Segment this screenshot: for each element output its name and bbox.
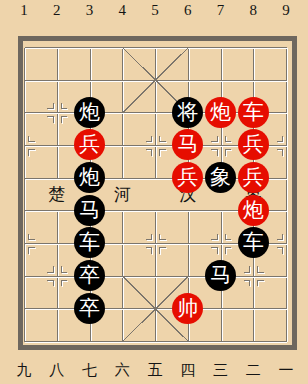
file-label-bottom-4: 六 [115,361,130,380]
file-label-top-7: 7 [217,2,225,19]
piece-black-cannon-file3-row5[interactable]: 炮 [74,162,105,193]
file-label-bottom-1: 九 [17,361,32,380]
file-label-bottom-7: 三 [213,361,228,380]
piece-red-cannon-file8-row6[interactable]: 炮 [238,195,269,226]
piece-black-chariot-file3-row7[interactable]: 车 [74,227,105,258]
file-label-top-4: 4 [119,2,127,19]
file-label-top-5: 5 [151,2,159,19]
file-label-top-1: 1 [20,2,28,19]
xiangqi-app: 123456789 楚河汉界 炮将炮车兵马兵炮兵象兵马炮车车卒马卒帅 九八七六五… [0,0,308,384]
piece-red-soldier-file3-row4[interactable]: 兵 [74,129,105,160]
xiangqi-board[interactable]: 炮将炮车兵马兵炮兵象兵马炮车车卒马卒帅 [8,31,303,358]
piece-black-cannon-file3-row3[interactable]: 炮 [74,97,105,128]
piece-red-soldier-file8-row5[interactable]: 兵 [238,162,269,193]
piece-red-cannon-file7-row3[interactable]: 炮 [205,97,236,128]
file-label-bottom-9: 一 [279,361,294,380]
file-label-bottom-3: 七 [82,361,97,380]
piece-black-soldier-file3-row9[interactable]: 卒 [74,293,105,324]
file-label-bottom-2: 八 [49,361,64,380]
piece-black-chariot-file8-row7[interactable]: 车 [238,227,269,258]
file-label-top-9: 9 [282,2,290,19]
piece-black-horse-file7-row8[interactable]: 马 [205,260,236,291]
piece-black-soldier-file3-row8[interactable]: 卒 [74,260,105,291]
piece-red-chariot-file8-row3[interactable]: 车 [238,97,269,128]
piece-red-soldier-file6-row5[interactable]: 兵 [172,162,203,193]
file-label-top-6: 6 [184,2,192,19]
piece-black-elephant-file7-row5[interactable]: 象 [205,162,236,193]
piece-black-general-file6-row3[interactable]: 将 [172,97,203,128]
file-label-bottom-8: 二 [246,361,261,380]
file-label-bottom-6: 四 [180,361,195,380]
file-label-top-3: 3 [86,2,94,19]
file-label-top-8: 8 [250,2,258,19]
piece-red-horse-file6-row4[interactable]: 马 [172,129,203,160]
file-label-top-2: 2 [53,2,61,19]
piece-red-general-file6-row9[interactable]: 帅 [172,293,203,324]
piece-red-soldier-file8-row4[interactable]: 兵 [238,129,269,160]
file-label-bottom-5: 五 [148,361,163,380]
piece-black-horse-file3-row6[interactable]: 马 [74,195,105,226]
